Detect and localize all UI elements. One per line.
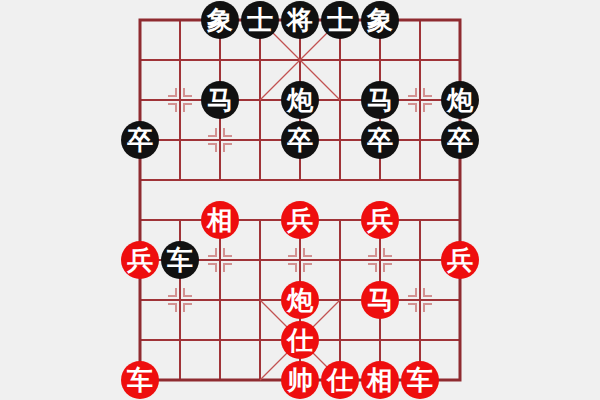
piece-black-炮[interactable]: 炮	[281, 81, 319, 119]
piece-red-炮[interactable]: 炮	[281, 281, 319, 319]
piece-black-车[interactable]: 车	[161, 241, 199, 279]
piece-black-象[interactable]: 象	[201, 1, 239, 39]
piece-red-车[interactable]: 车	[401, 361, 439, 399]
piece-black-马[interactable]: 马	[201, 81, 239, 119]
piece-red-兵[interactable]: 兵	[441, 241, 479, 279]
piece-black-象[interactable]: 象	[361, 1, 399, 39]
piece-black-炮[interactable]: 炮	[441, 81, 479, 119]
piece-red-兵[interactable]: 兵	[361, 201, 399, 239]
piece-black-士[interactable]: 士	[321, 1, 359, 39]
piece-black-卒[interactable]: 卒	[361, 121, 399, 159]
piece-red-相[interactable]: 相	[361, 361, 399, 399]
piece-red-仕[interactable]: 仕	[281, 321, 319, 359]
piece-red-兵[interactable]: 兵	[121, 241, 159, 279]
piece-red-帅[interactable]: 帅	[281, 361, 319, 399]
piece-red-马[interactable]: 马	[361, 281, 399, 319]
piece-red-仕[interactable]: 仕	[321, 361, 359, 399]
piece-black-士[interactable]: 士	[241, 1, 279, 39]
piece-red-车[interactable]: 车	[121, 361, 159, 399]
pieces-layer: 象士将士象马炮马炮卒卒卒卒车相兵兵兵兵炮马仕车帅仕相车	[120, 0, 480, 400]
piece-black-卒[interactable]: 卒	[121, 121, 159, 159]
piece-black-卒[interactable]: 卒	[441, 121, 479, 159]
piece-red-相[interactable]: 相	[201, 201, 239, 239]
piece-black-卒[interactable]: 卒	[281, 121, 319, 159]
xiangqi-board: 象士将士象马炮马炮卒卒卒卒车相兵兵兵兵炮马仕车帅仕相车	[0, 0, 600, 400]
piece-black-马[interactable]: 马	[361, 81, 399, 119]
piece-black-将[interactable]: 将	[281, 1, 319, 39]
piece-red-兵[interactable]: 兵	[281, 201, 319, 239]
